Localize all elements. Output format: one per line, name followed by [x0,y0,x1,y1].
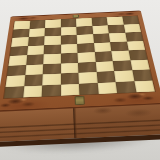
board-top-surface [0,11,160,112]
square-f1[interactable] [97,82,117,94]
chess-board [0,0,160,160]
square-h1[interactable] [134,80,155,92]
square-a1[interactable] [4,86,24,98]
square-e1[interactable] [79,83,98,95]
square-b1[interactable] [23,85,42,97]
board-frame [0,11,160,112]
board-grid [4,16,155,99]
square-d1[interactable] [61,84,80,96]
back-hinge [73,15,79,18]
square-g1[interactable] [116,81,136,93]
front-hinge [75,96,85,105]
carved-corner-front-right [107,91,160,105]
square-c1[interactable] [42,84,61,96]
carved-corner-front-left [0,96,52,110]
photo-background [0,0,160,160]
square-c2[interactable] [42,74,60,86]
